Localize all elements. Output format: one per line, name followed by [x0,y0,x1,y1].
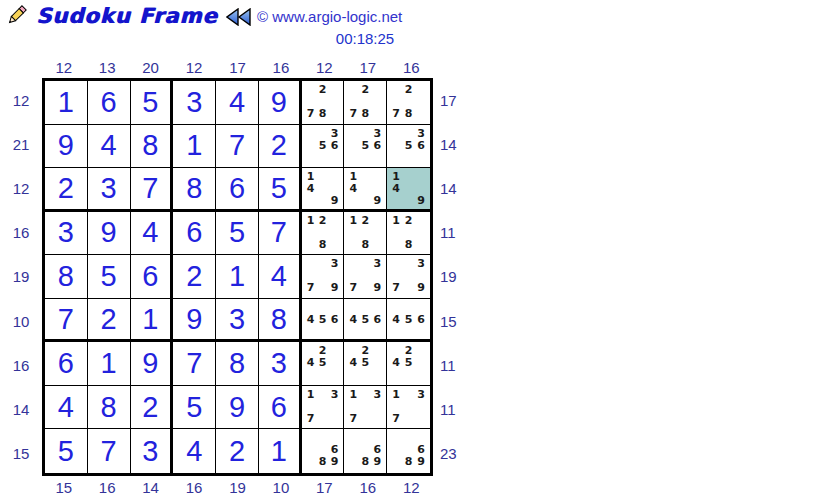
cell-value: 6 [186,218,202,247]
candidate-grid: 128 [387,212,430,255]
cell-r2c5[interactable]: 7 [216,125,259,169]
candidate-grid: 379 [387,255,430,298]
candidate-1: 1 [307,389,315,401]
cell-value: 2 [58,174,74,203]
clue-right-5: 19 [440,268,457,285]
cell-r5c6[interactable]: 4 [259,255,302,299]
candidate-3: 3 [331,258,339,270]
candidate-grid: 456 [302,299,344,340]
candidate-5: 5 [405,140,413,152]
candidate-grid: 689 [302,429,344,473]
cell-r4c7[interactable]: 128 [302,212,345,256]
header: Sudoku Frame © www.argio-logic.net 00:18… [0,0,819,56]
candidate-grid: 379 [302,255,344,298]
cell-value: 1 [271,437,287,466]
cell-value: 3 [101,174,117,203]
clue-bottom-5: 19 [229,479,246,496]
clue-left-4: 16 [13,224,30,241]
candidate-4: 4 [307,357,315,369]
clue-left-8: 14 [13,401,30,418]
cell-value: 5 [142,88,158,117]
clue-right-8: 11 [440,401,456,418]
candidate-1: 1 [349,389,357,401]
candidate-7: 7 [349,282,357,294]
candidate-grid: 149 [302,168,344,209]
clue-top-5: 17 [229,59,246,76]
candidate-4: 4 [349,357,357,369]
clue-right-1: 17 [440,92,457,109]
clue-top-1: 12 [55,59,72,76]
candidate-4: 4 [349,183,357,195]
candidate-8: 8 [405,456,413,468]
clue-top-8: 17 [359,59,376,76]
cell-value: 7 [101,437,117,466]
candidate-3: 3 [417,389,425,401]
clue-bottom-3: 14 [142,479,159,496]
cell-r9c8[interactable]: 689 [344,429,387,473]
cell-r1c7[interactable]: 278 [302,81,345,125]
candidate-7: 7 [392,282,400,294]
cell-r8c7[interactable]: 137 [302,386,345,430]
candidate-grid: 149 [344,168,386,209]
candidate-9: 9 [417,195,425,207]
cell-value: 8 [271,305,287,334]
cell-r2c3[interactable]: 8 [131,125,174,169]
cell-r8c6[interactable]: 6 [259,386,302,430]
cell-r4c6[interactable]: 7 [259,212,302,256]
cell-r4c1[interactable]: 3 [45,212,88,256]
right-clues: 171414111915111123 [433,78,477,476]
clue-right-4: 11 [440,224,456,241]
cell-value: 8 [229,349,245,378]
candidate-6: 6 [417,314,425,326]
candidate-6: 6 [417,140,425,152]
cell-value: 5 [271,174,287,203]
clue-left-5: 19 [13,268,30,285]
candidate-9: 9 [374,456,382,468]
clue-top-3: 20 [142,59,159,76]
cell-r1c9[interactable]: 278 [387,81,430,125]
cell-value: 9 [58,131,74,160]
cell-value: 4 [142,218,158,247]
cell-r5c5[interactable]: 1 [216,255,259,299]
cell-r6c8[interactable]: 456 [344,299,387,343]
clue-right-3: 14 [440,180,457,197]
candidate-6: 6 [331,314,339,326]
clue-left-6: 10 [13,313,30,330]
cell-r9c4[interactable]: 4 [173,429,216,473]
candidate-2: 2 [319,84,327,96]
candidate-8: 8 [405,239,413,251]
cell-r3c7[interactable]: 149 [302,168,345,212]
clue-bottom-6: 10 [273,479,290,496]
clue-top-7: 12 [316,59,333,76]
candidate-9: 9 [331,456,339,468]
candidate-grid: 278 [344,81,386,124]
cell-value: 1 [186,131,202,160]
cell-value: 2 [271,131,287,160]
cell-r9c1[interactable]: 5 [45,429,88,473]
left-clues: 122112161910161415 [0,78,42,476]
cell-value: 7 [58,305,74,334]
candidate-grid: 137 [344,386,386,429]
cell-value: 7 [186,349,202,378]
cell-value: 4 [229,88,245,117]
cell-r2c1[interactable]: 9 [45,125,88,169]
candidate-grid: 356 [302,125,344,168]
candidate-8: 8 [319,108,327,120]
candidate-9: 9 [374,282,382,294]
cell-value: 3 [186,88,202,117]
cell-r7c1[interactable]: 6 [45,342,88,386]
cell-value: 4 [58,393,74,422]
candidate-2: 2 [362,215,370,227]
cell-r2c9[interactable]: 356 [387,125,430,169]
candidate-5: 5 [362,314,370,326]
clue-top-6: 16 [273,59,290,76]
cell-r8c1[interactable]: 4 [45,386,88,430]
candidate-6: 6 [374,140,382,152]
cell-r9c9[interactable]: 689 [387,429,430,473]
clue-bottom-4: 16 [186,479,203,496]
cell-r8c4[interactable]: 5 [173,386,216,430]
cell-value: 9 [142,349,158,378]
cell-value: 1 [58,88,74,117]
candidate-9: 9 [374,195,382,207]
candidate-4: 4 [392,183,400,195]
cell-r7c7[interactable]: 245 [302,342,345,386]
candidate-7: 7 [349,413,357,425]
candidate-4: 4 [307,314,315,326]
candidate-grid: 278 [387,81,430,124]
cell-r3c4[interactable]: 8 [173,168,216,212]
candidate-8: 8 [362,239,370,251]
cell-r1c8[interactable]: 278 [344,81,387,125]
cell-r6c7[interactable]: 456 [302,299,345,343]
candidate-5: 5 [362,357,370,369]
cell-value: 1 [229,262,245,291]
cell-r4c4[interactable]: 6 [173,212,216,256]
bottom-clues: 151614161910171612 [42,476,433,498]
cell-r2c4[interactable]: 1 [173,125,216,169]
candidate-3: 3 [331,389,339,401]
candidate-7: 7 [307,413,315,425]
cell-r7c6[interactable]: 3 [259,342,302,386]
candidate-8: 8 [405,108,413,120]
cell-r6c6[interactable]: 8 [259,299,302,343]
cell-r5c3[interactable]: 6 [131,255,174,299]
cell-r8c9[interactable]: 137 [387,386,430,430]
cell-r7c3[interactable]: 9 [131,342,174,386]
clue-top-4: 12 [186,59,203,76]
cell-r4c8[interactable]: 128 [344,212,387,256]
clue-left-2: 21 [13,136,30,153]
cell-value: 6 [101,88,117,117]
cell-r2c8[interactable]: 356 [344,125,387,169]
cell-value: 5 [186,393,202,422]
cell-r2c7[interactable]: 356 [302,125,345,169]
clue-right-2: 14 [440,136,457,153]
cell-r4c9[interactable]: 128 [387,212,430,256]
cell-value: 3 [142,437,158,466]
candidate-grid: 137 [302,386,344,429]
copyright-link[interactable]: © www.argio-logic.net [257,8,402,25]
cell-r6c1[interactable]: 7 [45,299,88,343]
cell-r4c5[interactable]: 5 [216,212,259,256]
cell-r7c4[interactable]: 7 [173,342,216,386]
candidate-grid: 245 [387,342,430,385]
candidate-grid: 379 [344,255,386,298]
candidate-5: 5 [405,314,413,326]
cell-r8c3[interactable]: 2 [131,386,174,430]
cell-value: 8 [101,393,117,422]
cell-r9c2[interactable]: 7 [88,429,131,473]
cell-r6c2[interactable]: 2 [88,299,131,343]
candidate-2: 2 [405,84,413,96]
clue-left-1: 12 [13,92,30,109]
top-clues: 121320121716121716 [42,56,433,78]
cell-value: 1 [101,349,117,378]
clue-bottom-9: 12 [403,479,420,496]
cell-value: 8 [58,262,74,291]
cell-value: 2 [229,437,245,466]
cell-r9c7[interactable]: 689 [302,429,345,473]
cell-value: 5 [101,262,117,291]
cell-r1c4[interactable]: 3 [173,81,216,125]
candidate-8: 8 [319,239,327,251]
clue-left-9: 15 [13,445,30,462]
clue-left-3: 12 [13,180,30,197]
candidate-9: 9 [417,456,425,468]
candidate-grid: 456 [387,299,430,340]
clue-right-9: 23 [440,445,457,462]
cell-value: 8 [142,131,158,160]
cell-value: 9 [229,393,245,422]
cell-value: 4 [271,262,287,291]
candidate-grid: 149 [387,168,430,209]
candidate-7: 7 [392,413,400,425]
puzzle: 121320121716121716 122112161910161415 16… [0,56,477,498]
candidate-5: 5 [319,357,327,369]
cell-r2c2[interactable]: 4 [88,125,131,169]
cell-r3c8[interactable]: 149 [344,168,387,212]
cell-value: 4 [186,437,202,466]
candidate-4: 4 [392,357,400,369]
cell-r4c3[interactable]: 4 [131,212,174,256]
cell-r5c7[interactable]: 379 [302,255,345,299]
candidate-3: 3 [374,128,382,140]
cell-value: 7 [229,131,245,160]
cell-value: 6 [271,393,287,422]
clue-right-7: 11 [440,357,456,374]
cell-r3c1[interactable]: 2 [45,168,88,212]
candidate-8: 8 [319,456,327,468]
clue-left-7: 16 [13,357,30,374]
clue-top-2: 13 [99,59,116,76]
cell-r1c2[interactable]: 6 [88,81,131,125]
candidate-6: 6 [374,314,382,326]
clue-bottom-1: 15 [55,479,72,496]
candidate-5: 5 [319,314,327,326]
candidate-grid: 278 [302,81,344,124]
candidate-2: 2 [405,215,413,227]
candidate-1: 1 [392,389,400,401]
candidate-1: 1 [349,215,357,227]
cell-r8c2[interactable]: 8 [88,386,131,430]
candidate-5: 5 [319,140,327,152]
clue-top-9: 16 [403,59,420,76]
clue-bottom-2: 16 [99,479,116,496]
candidate-grid: 356 [387,125,430,168]
cell-value: 3 [271,349,287,378]
candidate-2: 2 [362,84,370,96]
clue-bottom-8: 16 [359,479,376,496]
app-title: Sudoku Frame [36,4,217,28]
cell-r3c6[interactable]: 5 [259,168,302,212]
candidate-grid: 689 [344,429,386,473]
cell-r1c5[interactable]: 4 [216,81,259,125]
candidate-7: 7 [349,108,357,120]
cell-r5c2[interactable]: 5 [88,255,131,299]
candidate-7: 7 [307,108,315,120]
cell-r7c2[interactable]: 1 [88,342,131,386]
candidate-2: 2 [319,215,327,227]
clue-bottom-7: 17 [316,479,333,496]
cell-value: 4 [101,131,117,160]
candidate-grid: 128 [302,212,344,255]
cell-r6c4[interactable]: 9 [173,299,216,343]
candidate-1: 1 [307,215,315,227]
cell-value: 9 [101,218,117,247]
candidate-3: 3 [417,258,425,270]
cell-r2c6[interactable]: 2 [259,125,302,169]
candidate-8: 8 [362,456,370,468]
candidate-9: 9 [331,282,339,294]
candidate-3: 3 [331,128,339,140]
candidate-grid: 689 [387,429,430,473]
cell-value: 9 [186,305,202,334]
cell-value: 8 [186,174,202,203]
cell-r6c9[interactable]: 456 [387,299,430,343]
rewind-icon[interactable] [226,8,252,26]
cell-value: 2 [186,262,202,291]
cell-r9c6[interactable]: 1 [259,429,302,473]
cell-r3c2[interactable]: 3 [88,168,131,212]
cell-r5c4[interactable]: 2 [173,255,216,299]
candidate-7: 7 [392,108,400,120]
candidate-9: 9 [417,282,425,294]
cell-value: 2 [142,393,158,422]
cell-value: 6 [58,349,74,378]
cell-r7c8[interactable]: 245 [344,342,387,386]
candidate-5: 5 [362,140,370,152]
candidate-grid: 456 [344,299,386,340]
candidate-8: 8 [362,108,370,120]
candidate-4: 4 [392,314,400,326]
candidate-5: 5 [405,357,413,369]
cell-value: 6 [229,174,245,203]
cell-r1c3[interactable]: 5 [131,81,174,125]
cell-r3c9[interactable]: 149 [387,168,430,212]
candidate-grid: 128 [344,212,386,255]
cell-r9c5[interactable]: 2 [216,429,259,473]
candidate-4: 4 [349,314,357,326]
cell-r7c5[interactable]: 8 [216,342,259,386]
cell-r7c9[interactable]: 245 [387,342,430,386]
cell-value: 7 [271,218,287,247]
candidate-grid: 245 [302,342,344,385]
candidate-4: 4 [307,183,315,195]
candidate-grid: 356 [344,125,386,168]
candidate-9: 9 [331,195,339,207]
cell-r5c9[interactable]: 379 [387,255,430,299]
cell-r3c5[interactable]: 6 [216,168,259,212]
timer: 00:18:25 [330,30,400,47]
candidate-3: 3 [374,389,382,401]
cell-r3c3[interactable]: 7 [131,168,174,212]
candidate-grid: 137 [387,386,430,429]
candidate-7: 7 [307,282,315,294]
cell-r8c5[interactable]: 9 [216,386,259,430]
cell-r1c6[interactable]: 9 [259,81,302,125]
cell-r9c3[interactable]: 3 [131,429,174,473]
cell-value: 5 [229,218,245,247]
cell-value: 3 [229,305,245,334]
candidate-1: 1 [392,215,400,227]
board: 1653492782782789481723563563562378651491… [42,78,433,476]
pencil-icon [5,3,29,27]
cell-value: 1 [142,305,158,334]
cell-r8c8[interactable]: 137 [344,386,387,430]
cell-value: 9 [271,88,287,117]
cell-r1c1[interactable]: 1 [45,81,88,125]
cell-r5c1[interactable]: 8 [45,255,88,299]
cell-r5c8[interactable]: 379 [344,255,387,299]
clue-right-6: 15 [440,313,457,330]
cell-r6c5[interactable]: 3 [216,299,259,343]
cell-value: 2 [101,305,117,334]
cell-r6c3[interactable]: 1 [131,299,174,343]
cell-value: 5 [58,437,74,466]
cell-value: 3 [58,218,74,247]
candidate-grid: 245 [344,342,386,385]
candidate-3: 3 [374,258,382,270]
cell-r4c2[interactable]: 9 [88,212,131,256]
cell-value: 7 [142,174,158,203]
candidate-6: 6 [331,140,339,152]
cell-value: 6 [142,262,158,291]
candidate-3: 3 [417,128,425,140]
